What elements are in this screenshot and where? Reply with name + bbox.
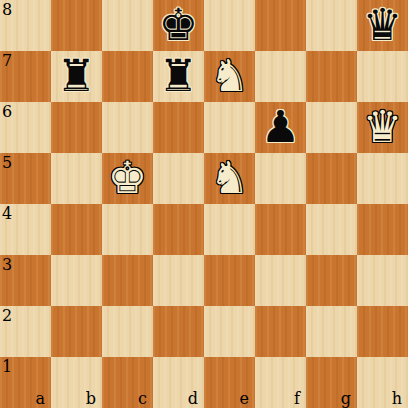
square-e2[interactable] <box>204 306 255 357</box>
square-a1[interactable]: 1a <box>0 357 51 408</box>
square-a2[interactable]: 2 <box>0 306 51 357</box>
file-label-f: f <box>294 391 300 407</box>
file-label-g: g <box>341 391 351 407</box>
square-b4[interactable] <box>51 204 102 255</box>
piece-black-rook[interactable]: ♜ <box>57 50 96 101</box>
piece-black-king[interactable]: ♚ <box>159 0 198 50</box>
file-label-d: d <box>188 391 198 407</box>
piece-white-knight[interactable]: ♞ <box>210 152 249 203</box>
square-f2[interactable] <box>255 306 306 357</box>
square-f6[interactable]: ♟ <box>255 102 306 153</box>
square-g6[interactable] <box>306 102 357 153</box>
square-b8[interactable] <box>51 0 102 51</box>
square-c1[interactable]: c <box>102 357 153 408</box>
piece-white-knight[interactable]: ♞ <box>210 50 249 101</box>
rank-label-7: 7 <box>2 53 12 69</box>
square-a6[interactable]: 6 <box>0 102 51 153</box>
square-g8[interactable] <box>306 0 357 51</box>
square-c6[interactable] <box>102 102 153 153</box>
square-d3[interactable] <box>153 255 204 306</box>
square-a5[interactable]: 5 <box>0 153 51 204</box>
square-e7[interactable]: ♞ <box>204 51 255 102</box>
rank-label-6: 6 <box>2 104 12 120</box>
piece-black-rook[interactable]: ♜ <box>159 50 198 101</box>
piece-white-king[interactable]: ♚ <box>108 152 147 203</box>
square-d8[interactable]: ♚ <box>153 0 204 51</box>
square-d5[interactable] <box>153 153 204 204</box>
square-f8[interactable] <box>255 0 306 51</box>
square-d7[interactable]: ♜ <box>153 51 204 102</box>
file-label-a: a <box>35 391 45 407</box>
square-g4[interactable] <box>306 204 357 255</box>
square-h8[interactable]: ♛ <box>357 0 408 51</box>
square-h3[interactable] <box>357 255 408 306</box>
square-e8[interactable] <box>204 0 255 51</box>
square-h4[interactable] <box>357 204 408 255</box>
square-h1[interactable]: h <box>357 357 408 408</box>
square-f4[interactable] <box>255 204 306 255</box>
square-h6[interactable]: ♛ <box>357 102 408 153</box>
square-d6[interactable] <box>153 102 204 153</box>
square-e3[interactable] <box>204 255 255 306</box>
square-h7[interactable] <box>357 51 408 102</box>
square-c7[interactable] <box>102 51 153 102</box>
rank-label-3: 3 <box>2 257 12 273</box>
square-c4[interactable] <box>102 204 153 255</box>
rank-label-1: 1 <box>2 359 12 375</box>
square-c8[interactable] <box>102 0 153 51</box>
square-e1[interactable]: e <box>204 357 255 408</box>
rank-label-2: 2 <box>2 308 12 324</box>
file-label-h: h <box>392 391 402 407</box>
piece-white-queen[interactable]: ♛ <box>363 101 402 152</box>
chess-board: 8♚♛7♜♜♞6♟♛5♚♞4321abcdefgh <box>0 0 408 408</box>
file-label-c: c <box>138 391 147 407</box>
square-a4[interactable]: 4 <box>0 204 51 255</box>
square-f5[interactable] <box>255 153 306 204</box>
file-label-e: e <box>240 391 249 407</box>
square-g5[interactable] <box>306 153 357 204</box>
square-d1[interactable]: d <box>153 357 204 408</box>
square-b5[interactable] <box>51 153 102 204</box>
square-e4[interactable] <box>204 204 255 255</box>
square-b3[interactable] <box>51 255 102 306</box>
square-g7[interactable] <box>306 51 357 102</box>
square-g1[interactable]: g <box>306 357 357 408</box>
square-a8[interactable]: 8 <box>0 0 51 51</box>
file-label-b: b <box>86 391 96 407</box>
square-f3[interactable] <box>255 255 306 306</box>
square-f7[interactable] <box>255 51 306 102</box>
rank-label-5: 5 <box>2 155 12 171</box>
square-b1[interactable]: b <box>51 357 102 408</box>
square-b7[interactable]: ♜ <box>51 51 102 102</box>
square-a7[interactable]: 7 <box>0 51 51 102</box>
square-h5[interactable] <box>357 153 408 204</box>
square-b2[interactable] <box>51 306 102 357</box>
piece-black-queen[interactable]: ♛ <box>363 0 402 50</box>
square-a3[interactable]: 3 <box>0 255 51 306</box>
square-b6[interactable] <box>51 102 102 153</box>
square-c5[interactable]: ♚ <box>102 153 153 204</box>
square-c2[interactable] <box>102 306 153 357</box>
square-g3[interactable] <box>306 255 357 306</box>
square-g2[interactable] <box>306 306 357 357</box>
square-e5[interactable]: ♞ <box>204 153 255 204</box>
square-h2[interactable] <box>357 306 408 357</box>
rank-label-4: 4 <box>2 206 12 222</box>
square-d4[interactable] <box>153 204 204 255</box>
piece-black-pawn[interactable]: ♟ <box>261 101 300 152</box>
square-d2[interactable] <box>153 306 204 357</box>
square-c3[interactable] <box>102 255 153 306</box>
square-e6[interactable] <box>204 102 255 153</box>
rank-label-8: 8 <box>2 2 12 18</box>
square-f1[interactable]: f <box>255 357 306 408</box>
